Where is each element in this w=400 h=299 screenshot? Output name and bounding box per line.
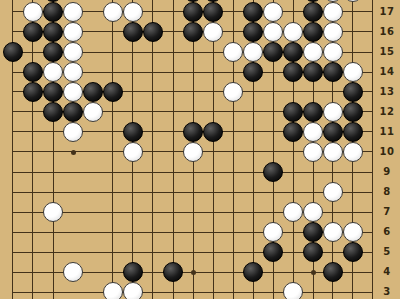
intersection-c4-r6[interactable] [63, 222, 83, 242]
intersection-c18-r13[interactable] [343, 82, 363, 102]
intersection-c18-r14[interactable] [343, 62, 363, 82]
intersection-c17-r11[interactable] [323, 122, 343, 142]
intersection-c10-r3[interactable] [183, 282, 203, 299]
intersection-c13-r3[interactable] [243, 282, 263, 299]
intersection-c5-r17[interactable] [83, 2, 103, 22]
intersection-c4-r14[interactable] [63, 62, 83, 82]
intersection-c4-r7[interactable] [63, 202, 83, 222]
intersection-c15-r12[interactable] [283, 102, 303, 122]
intersection-c3-r15[interactable] [43, 42, 63, 62]
intersection-c2-r10[interactable] [23, 142, 43, 162]
intersection-c8-r5[interactable] [143, 242, 163, 262]
intersection-c8-r6[interactable] [143, 222, 163, 242]
intersection-c15-r5[interactable] [283, 242, 303, 262]
intersection-c10-r13[interactable] [183, 82, 203, 102]
intersection-c10-r4[interactable] [183, 262, 203, 282]
intersection-c18-r5[interactable] [343, 242, 363, 262]
intersection-c7-r8[interactable] [123, 182, 143, 202]
intersection-c18-r9[interactable] [343, 162, 363, 182]
intersection-c1-r7[interactable] [3, 202, 23, 222]
intersection-c10-r11[interactable] [183, 122, 203, 142]
intersection-c5-r15[interactable] [83, 42, 103, 62]
intersection-c10-r17[interactable] [183, 2, 203, 22]
intersection-c14-r10[interactable] [263, 142, 283, 162]
intersection-c1-r13[interactable] [3, 82, 23, 102]
intersection-c5-r14[interactable] [83, 62, 103, 82]
black-stone-c16-r16 [303, 22, 323, 42]
black-stone-c13-r17 [243, 2, 263, 22]
intersection-c9-r10[interactable] [163, 142, 183, 162]
intersection-c5-r12[interactable] [83, 102, 103, 122]
intersection-c13-r6[interactable] [243, 222, 263, 242]
intersection-c14-r12[interactable] [263, 102, 283, 122]
intersection-c14-r16[interactable] [263, 22, 283, 42]
intersection-c15-r14[interactable] [283, 62, 303, 82]
intersection-c18-r16[interactable] [343, 22, 363, 42]
intersection-c17-r10[interactable] [323, 142, 343, 162]
intersection-c1-r3[interactable] [3, 282, 23, 299]
intersection-c2-r11[interactable] [23, 122, 43, 142]
intersection-c13-r16[interactable] [243, 22, 263, 42]
intersection-c15-r7[interactable] [283, 202, 303, 222]
intersection-c8-r16[interactable] [143, 22, 163, 42]
intersection-c15-r3[interactable] [283, 282, 303, 299]
intersection-c11-r13[interactable] [203, 82, 223, 102]
black-stone-c1-r15 [3, 42, 23, 62]
black-stone-c10-r11 [183, 122, 203, 142]
black-stone-c16-r5 [303, 242, 323, 262]
intersection-c12-r4[interactable] [223, 262, 243, 282]
intersection-c14-r15[interactable] [263, 42, 283, 62]
intersection-c17-r6[interactable] [323, 222, 343, 242]
intersection-c7-r5[interactable] [123, 242, 143, 262]
intersection-c12-r10[interactable] [223, 142, 243, 162]
intersection-c17-r4[interactable] [323, 262, 343, 282]
intersection-c6-r10[interactable] [103, 142, 123, 162]
intersection-c14-r4[interactable] [263, 262, 283, 282]
intersection-c3-r16[interactable] [43, 22, 63, 42]
intersection-c4-r13[interactable] [63, 82, 83, 102]
intersection-c8-r11[interactable] [143, 122, 163, 142]
intersection-c11-r8[interactable] [203, 182, 223, 202]
intersection-c16-r7[interactable] [303, 202, 323, 222]
intersection-c7-r15[interactable] [123, 42, 143, 62]
white-stone-c18-r6 [343, 222, 363, 242]
intersection-c18-r6[interactable] [343, 222, 363, 242]
intersection-c9-r7[interactable] [163, 202, 183, 222]
intersection-c4-r3[interactable] [63, 282, 83, 299]
intersection-c3-r10[interactable] [43, 142, 63, 162]
intersection-c13-r12[interactable] [243, 102, 263, 122]
intersection-c17-r12[interactable] [323, 102, 343, 122]
white-stone-c15-r7 [283, 202, 303, 222]
intersection-c8-r9[interactable] [143, 162, 163, 182]
intersection-c13-r10[interactable] [243, 142, 263, 162]
row-label-3: 3 [374, 285, 400, 299]
intersection-c3-r12[interactable] [43, 102, 63, 122]
intersection-c2-r8[interactable] [23, 182, 43, 202]
intersection-c16-r10[interactable] [303, 142, 323, 162]
intersection-c10-r8[interactable] [183, 182, 203, 202]
intersection-c5-r7[interactable] [83, 202, 103, 222]
intersection-c18-r10[interactable] [343, 142, 363, 162]
intersection-c8-r17[interactable] [143, 2, 163, 22]
intersection-c11-r10[interactable] [203, 142, 223, 162]
black-stone-c2-r13 [23, 82, 43, 102]
intersection-c16-r14[interactable] [303, 62, 323, 82]
intersection-c16-r3[interactable] [303, 282, 323, 299]
row-label-10: 10 [374, 145, 400, 159]
intersection-c14-r13[interactable] [263, 82, 283, 102]
intersection-c9-r3[interactable] [163, 282, 183, 299]
intersection-c10-r7[interactable] [183, 202, 203, 222]
intersection-c4-r9[interactable] [63, 162, 83, 182]
intersection-c3-r9[interactable] [43, 162, 63, 182]
intersection-c2-r5[interactable] [23, 242, 43, 262]
intersection-c16-r9[interactable] [303, 162, 323, 182]
intersection-c14-r11[interactable] [263, 122, 283, 142]
black-stone-c10-r16 [183, 22, 203, 42]
intersection-c13-r15[interactable] [243, 42, 263, 62]
intersection-c3-r4[interactable] [43, 262, 63, 282]
intersection-c16-r6[interactable] [303, 222, 323, 242]
intersection-c16-r17[interactable] [303, 2, 323, 22]
intersection-c17-r7[interactable] [323, 202, 343, 222]
black-stone-c13-r4 [243, 262, 263, 282]
intersection-c18-r4[interactable] [343, 262, 363, 282]
intersection-c12-r11[interactable] [223, 122, 243, 142]
intersection-c2-r7[interactable] [23, 202, 43, 222]
intersection-c10-r6[interactable] [183, 222, 203, 242]
white-stone-c16-r11 [303, 122, 323, 142]
intersection-c17-r17[interactable] [323, 2, 343, 22]
intersection-c9-r8[interactable] [163, 182, 183, 202]
intersection-c11-r17[interactable] [203, 2, 223, 22]
intersection-c13-r13[interactable] [243, 82, 263, 102]
intersection-c15-r15[interactable] [283, 42, 303, 62]
intersection-c7-r4[interactable] [123, 262, 143, 282]
intersection-c18-r7[interactable] [343, 202, 363, 222]
intersection-c7-r9[interactable] [123, 162, 143, 182]
intersection-c2-r9[interactable] [23, 162, 43, 182]
intersection-c15-r17[interactable] [283, 2, 303, 22]
intersection-c4-r16[interactable] [63, 22, 83, 42]
intersection-c15-r9[interactable] [283, 162, 303, 182]
white-stone-c18-r14 [343, 62, 363, 82]
intersection-c11-r12[interactable] [203, 102, 223, 122]
intersection-c16-r11[interactable] [303, 122, 323, 142]
intersection-c1-r10[interactable] [3, 142, 23, 162]
intersection-c6-r11[interactable] [103, 122, 123, 142]
intersection-c2-r3[interactable] [23, 282, 43, 299]
intersection-c8-r12[interactable] [143, 102, 163, 122]
intersection-c11-r11[interactable] [203, 122, 223, 142]
intersection-c16-r5[interactable] [303, 242, 323, 262]
intersection-c15-r8[interactable] [283, 182, 303, 202]
intersection-c13-r7[interactable] [243, 202, 263, 222]
intersection-c16-r15[interactable] [303, 42, 323, 62]
intersection-c14-r5[interactable] [263, 242, 283, 262]
intersection-c15-r16[interactable] [283, 22, 303, 42]
intersection-c1-r9[interactable] [3, 162, 23, 182]
intersection-c4-r11[interactable] [63, 122, 83, 142]
intersection-c3-r14[interactable] [43, 62, 63, 82]
intersection-c18-r11[interactable] [343, 122, 363, 142]
intersection-c16-r12[interactable] [303, 102, 323, 122]
intersection-c2-r4[interactable] [23, 262, 43, 282]
intersection-c17-r13[interactable] [323, 82, 343, 102]
intersection-c1-r12[interactable] [3, 102, 23, 122]
intersection-c3-r11[interactable] [43, 122, 63, 142]
intersection-c12-r3[interactable] [223, 282, 243, 299]
intersection-c5-r3[interactable] [83, 282, 103, 299]
intersection-c5-r8[interactable] [83, 182, 103, 202]
intersection-c14-r8[interactable] [263, 182, 283, 202]
white-stone-c17-r10 [323, 142, 343, 162]
intersection-c2-r6[interactable] [23, 222, 43, 242]
black-stone-c18-r13 [343, 82, 363, 102]
intersection-c17-r16[interactable] [323, 22, 343, 42]
intersection-c4-r4[interactable] [63, 262, 83, 282]
intersection-c2-r17[interactable] [23, 2, 43, 22]
intersection-c2-r14[interactable] [23, 62, 43, 82]
intersection-c13-r4[interactable] [243, 262, 263, 282]
intersection-c9-r9[interactable] [163, 162, 183, 182]
intersection-c9-r16[interactable] [163, 22, 183, 42]
intersection-c16-r13[interactable] [303, 82, 323, 102]
intersection-c13-r11[interactable] [243, 122, 263, 142]
black-stone-c16-r12 [303, 102, 323, 122]
intersection-c4-r17[interactable] [63, 2, 83, 22]
intersection-c7-r7[interactable] [123, 202, 143, 222]
intersection-c3-r6[interactable] [43, 222, 63, 242]
intersection-c6-r17[interactable] [103, 2, 123, 22]
intersection-c11-r16[interactable] [203, 22, 223, 42]
intersection-c7-r14[interactable] [123, 62, 143, 82]
intersection-c18-r3[interactable] [343, 282, 363, 299]
intersection-c18-r17[interactable] [343, 2, 363, 22]
intersection-c9-r4[interactable] [163, 262, 183, 282]
intersection-c7-r3[interactable] [123, 282, 143, 299]
black-stone-c18-r11 [343, 122, 363, 142]
intersection-c1-r11[interactable] [3, 122, 23, 142]
intersection-c14-r7[interactable] [263, 202, 283, 222]
intersection-c12-r6[interactable] [223, 222, 243, 242]
intersection-c1-r15[interactable] [3, 42, 23, 62]
white-stone-c4-r15 [63, 42, 83, 62]
intersection-c8-r13[interactable] [143, 82, 163, 102]
intersection-c10-r5[interactable] [183, 242, 203, 262]
intersection-c12-r5[interactable] [223, 242, 243, 262]
intersection-c1-r4[interactable] [3, 262, 23, 282]
intersection-c10-r15[interactable] [183, 42, 203, 62]
intersection-c12-r14[interactable] [223, 62, 243, 82]
white-stone-c6-r3 [103, 282, 123, 299]
intersection-c18-r8[interactable] [343, 182, 363, 202]
intersection-c14-r3[interactable] [263, 282, 283, 299]
intersection-c8-r10[interactable] [143, 142, 163, 162]
intersection-c17-r9[interactable] [323, 162, 343, 182]
intersection-c9-r17[interactable] [163, 2, 183, 22]
intersection-c4-r8[interactable] [63, 182, 83, 202]
intersection-c1-r8[interactable] [3, 182, 23, 202]
intersection-c18-r15[interactable] [343, 42, 363, 62]
intersection-c13-r8[interactable] [243, 182, 263, 202]
black-stone-c11-r11 [203, 122, 223, 142]
intersection-c5-r6[interactable] [83, 222, 103, 242]
intersection-c8-r14[interactable] [143, 62, 163, 82]
intersection-c15-r11[interactable] [283, 122, 303, 142]
intersection-c9-r6[interactable] [163, 222, 183, 242]
intersection-c10-r14[interactable] [183, 62, 203, 82]
black-stone-c11-r17 [203, 2, 223, 22]
intersection-c13-r9[interactable] [243, 162, 263, 182]
intersection-c14-r6[interactable] [263, 222, 283, 242]
intersection-c8-r15[interactable] [143, 42, 163, 62]
intersection-c9-r12[interactable] [163, 102, 183, 122]
intersection-c8-r8[interactable] [143, 182, 163, 202]
intersection-c5-r4[interactable] [83, 262, 103, 282]
intersection-c10-r10[interactable] [183, 142, 203, 162]
intersection-c15-r13[interactable] [283, 82, 303, 102]
intersection-c2-r16[interactable] [23, 22, 43, 42]
intersection-c1-r16[interactable] [3, 22, 23, 42]
white-stone-c14-r17 [263, 2, 283, 22]
intersection-c12-r8[interactable] [223, 182, 243, 202]
intersection-c4-r15[interactable] [63, 42, 83, 62]
intersection-c14-r17[interactable] [263, 2, 283, 22]
intersection-c11-r6[interactable] [203, 222, 223, 242]
intersection-c11-r5[interactable] [203, 242, 223, 262]
intersection-c2-r12[interactable] [23, 102, 43, 122]
intersection-c17-r3[interactable] [323, 282, 343, 299]
intersection-c11-r4[interactable] [203, 262, 223, 282]
intersection-c3-r5[interactable] [43, 242, 63, 262]
intersection-c9-r11[interactable] [163, 122, 183, 142]
intersection-c12-r9[interactable] [223, 162, 243, 182]
intersection-c3-r3[interactable] [43, 282, 63, 299]
intersection-c8-r3[interactable] [143, 282, 163, 299]
intersection-c11-r9[interactable] [203, 162, 223, 182]
intersection-c10-r16[interactable] [183, 22, 203, 42]
intersection-c10-r12[interactable] [183, 102, 203, 122]
intersection-c5-r10[interactable] [83, 142, 103, 162]
intersection-c11-r15[interactable] [203, 42, 223, 62]
intersection-c7-r13[interactable] [123, 82, 143, 102]
intersection-c2-r13[interactable] [23, 82, 43, 102]
intersection-c7-r16[interactable] [123, 22, 143, 42]
intersection-c17-r14[interactable] [323, 62, 343, 82]
intersection-c2-r15[interactable] [23, 42, 43, 62]
intersection-c1-r6[interactable] [3, 222, 23, 242]
intersection-c5-r13[interactable] [83, 82, 103, 102]
intersection-c9-r13[interactable] [163, 82, 183, 102]
intersection-c1-r17[interactable] [3, 2, 23, 22]
intersection-c7-r6[interactable] [123, 222, 143, 242]
intersection-c17-r5[interactable] [323, 242, 343, 262]
intersection-c6-r3[interactable] [103, 282, 123, 299]
intersection-c12-r17[interactable] [223, 2, 243, 22]
intersection-c17-r15[interactable] [323, 42, 343, 62]
intersection-c6-r14[interactable] [103, 62, 123, 82]
intersection-c6-r8[interactable] [103, 182, 123, 202]
intersection-c12-r12[interactable] [223, 102, 243, 122]
intersection-c4-r10[interactable] [63, 142, 83, 162]
intersection-c5-r11[interactable] [83, 122, 103, 142]
intersection-c7-r11[interactable] [123, 122, 143, 142]
white-stone-c7-r3 [123, 282, 143, 299]
intersection-c12-r7[interactable] [223, 202, 243, 222]
intersection-c5-r5[interactable] [83, 242, 103, 262]
intersection-c11-r7[interactable] [203, 202, 223, 222]
intersection-c3-r8[interactable] [43, 182, 63, 202]
intersection-c13-r17[interactable] [243, 2, 263, 22]
intersection-c16-r4[interactable] [303, 262, 323, 282]
intersection-c5-r9[interactable] [83, 162, 103, 182]
intersection-c11-r3[interactable] [203, 282, 223, 299]
intersection-c6-r9[interactable] [103, 162, 123, 182]
intersection-c7-r17[interactable] [123, 2, 143, 22]
intersection-c18-r12[interactable] [343, 102, 363, 122]
row-label-13: 13 [374, 85, 400, 99]
intersection-c3-r13[interactable] [43, 82, 63, 102]
intersection-c6-r5[interactable] [103, 242, 123, 262]
intersection-c6-r7[interactable] [103, 202, 123, 222]
intersection-c16-r16[interactable] [303, 22, 323, 42]
intersection-c6-r13[interactable] [103, 82, 123, 102]
intersection-c6-r12[interactable] [103, 102, 123, 122]
intersection-c15-r6[interactable] [283, 222, 303, 242]
intersection-c6-r15[interactable] [103, 42, 123, 62]
intersection-c6-r16[interactable] [103, 22, 123, 42]
intersection-c11-r14[interactable] [203, 62, 223, 82]
intersection-c17-r8[interactable] [323, 182, 343, 202]
white-stone-c16-r7 [303, 202, 323, 222]
intersection-c1-r14[interactable] [3, 62, 23, 82]
intersection-c7-r12[interactable] [123, 102, 143, 122]
intersection-c8-r4[interactable] [143, 262, 163, 282]
intersection-c3-r17[interactable] [43, 2, 63, 22]
intersection-c12-r15[interactable] [223, 42, 243, 62]
intersection-c3-r7[interactable] [43, 202, 63, 222]
intersection-c14-r9[interactable] [263, 162, 283, 182]
row-label-16: 16 [374, 25, 400, 39]
intersection-c12-r13[interactable] [223, 82, 243, 102]
intersection-c15-r4[interactable] [283, 262, 303, 282]
intersection-c9-r14[interactable] [163, 62, 183, 82]
intersection-c1-r5[interactable] [3, 242, 23, 262]
intersection-c8-r7[interactable] [143, 202, 163, 222]
black-stone-c3-r12 [43, 102, 63, 122]
intersection-c9-r5[interactable] [163, 242, 183, 262]
intersection-c7-r10[interactable] [123, 142, 143, 162]
black-stone-c15-r12 [283, 102, 303, 122]
intersection-c16-r8[interactable] [303, 182, 323, 202]
intersection-c6-r4[interactable] [103, 262, 123, 282]
intersection-c12-r16[interactable] [223, 22, 243, 42]
black-stone-c4-r12 [63, 102, 83, 122]
intersection-c4-r12[interactable] [63, 102, 83, 122]
intersection-c13-r14[interactable] [243, 62, 263, 82]
intersection-c6-r6[interactable] [103, 222, 123, 242]
intersection-c14-r14[interactable] [263, 62, 283, 82]
intersection-c10-r9[interactable] [183, 162, 203, 182]
intersection-c4-r5[interactable] [63, 242, 83, 262]
intersection-c5-r16[interactable] [83, 22, 103, 42]
intersection-c15-r10[interactable] [283, 142, 303, 162]
intersection-c13-r5[interactable] [243, 242, 263, 262]
intersection-c9-r15[interactable] [163, 42, 183, 62]
